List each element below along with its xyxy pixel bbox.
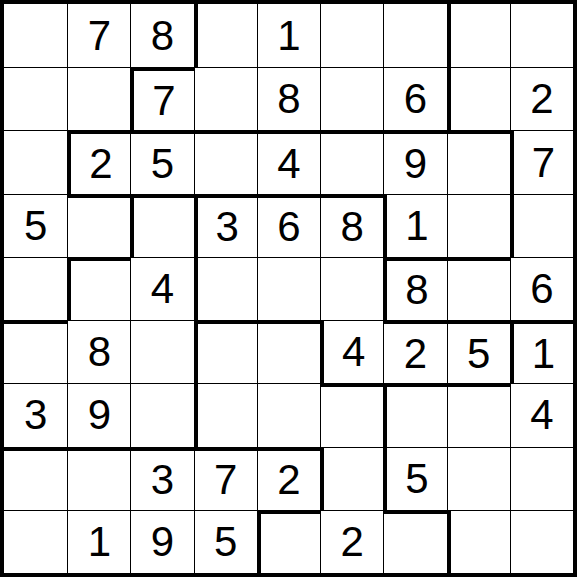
given-digit: 8 xyxy=(88,331,111,373)
cell-r8c5[interactable]: 2 xyxy=(257,447,320,510)
cell-r4c7[interactable]: 1 xyxy=(383,194,446,257)
cell-r4c5[interactable]: 6 xyxy=(257,194,320,257)
cell-r3c9[interactable]: 7 xyxy=(510,130,573,193)
cell-r7c5[interactable] xyxy=(257,383,320,446)
cell-r6c4[interactable] xyxy=(194,320,257,383)
cell-r2c6[interactable] xyxy=(320,67,383,130)
given-digit: 1 xyxy=(277,15,300,57)
cell-r7c3[interactable] xyxy=(130,383,193,446)
given-digit: 7 xyxy=(532,142,555,184)
cell-r8c2[interactable] xyxy=(67,447,130,510)
given-digit: 2 xyxy=(277,459,300,501)
cell-r1c4[interactable] xyxy=(194,4,257,67)
given-digit: 8 xyxy=(151,15,174,57)
given-digit: 2 xyxy=(341,521,364,563)
given-digit: 5 xyxy=(467,333,490,375)
cell-r2c5[interactable]: 8 xyxy=(257,67,320,130)
cell-r8c6[interactable] xyxy=(320,447,383,510)
cell-r2c8[interactable] xyxy=(447,67,510,130)
cell-r9c2[interactable]: 1 xyxy=(67,510,130,573)
cell-r3c5[interactable]: 4 xyxy=(257,130,320,193)
given-digit: 8 xyxy=(405,269,428,311)
given-digit: 1 xyxy=(88,521,111,563)
cell-r3c6[interactable] xyxy=(320,130,383,193)
cell-r2c1[interactable] xyxy=(4,67,67,130)
cell-r6c1[interactable] xyxy=(4,320,67,383)
cell-r7c4[interactable] xyxy=(194,383,257,446)
cell-r2c7[interactable]: 6 xyxy=(383,67,446,130)
cell-r1c9[interactable] xyxy=(510,4,573,67)
given-digit: 8 xyxy=(341,206,364,248)
cell-r8c8[interactable] xyxy=(447,447,510,510)
sudoku-board: 781786225497536814868425139437251952 xyxy=(0,0,577,577)
cell-r5c3[interactable]: 4 xyxy=(130,257,193,320)
cell-r3c3[interactable]: 5 xyxy=(130,130,193,193)
given-digit: 5 xyxy=(405,458,428,500)
cell-r5c6[interactable] xyxy=(320,257,383,320)
cell-r3c1[interactable] xyxy=(4,130,67,193)
given-digit: 3 xyxy=(216,206,239,248)
cell-r5c5[interactable] xyxy=(257,257,320,320)
cell-r7c8[interactable] xyxy=(447,383,510,446)
given-digit: 4 xyxy=(151,268,174,310)
given-digit: 4 xyxy=(530,394,553,436)
given-digit: 3 xyxy=(151,459,174,501)
cell-r1c2[interactable]: 7 xyxy=(67,4,130,67)
cell-r1c5[interactable]: 1 xyxy=(257,4,320,67)
cell-r3c7[interactable]: 9 xyxy=(383,130,446,193)
cell-r6c5[interactable] xyxy=(257,320,320,383)
cell-r9c6[interactable]: 2 xyxy=(320,510,383,573)
cell-r1c6[interactable] xyxy=(320,4,383,67)
cell-r4c4[interactable]: 3 xyxy=(194,194,257,257)
cell-r4c2[interactable] xyxy=(67,194,130,257)
given-digit: 5 xyxy=(24,205,47,247)
given-digit: 6 xyxy=(277,206,300,248)
cell-r8c9[interactable] xyxy=(510,447,573,510)
given-digit: 6 xyxy=(404,78,427,120)
given-digit: 9 xyxy=(88,394,111,436)
given-digit: 4 xyxy=(342,331,365,373)
cell-r6c2[interactable]: 8 xyxy=(67,320,130,383)
cell-r6c9[interactable]: 1 xyxy=(510,320,573,383)
given-digit: 6 xyxy=(530,268,553,310)
cell-r5c1[interactable] xyxy=(4,257,67,320)
cell-r4c1[interactable]: 5 xyxy=(4,194,67,257)
cell-r5c4[interactable] xyxy=(194,257,257,320)
given-digit: 2 xyxy=(89,143,112,185)
cell-r5c9[interactable]: 6 xyxy=(510,257,573,320)
cell-r8c1[interactable] xyxy=(4,447,67,510)
cell-r4c6[interactable]: 8 xyxy=(320,194,383,257)
cell-r7c2[interactable]: 9 xyxy=(67,383,130,446)
cell-r8c7[interactable]: 5 xyxy=(383,447,446,510)
cell-r8c4[interactable]: 7 xyxy=(194,447,257,510)
cell-r7c7[interactable] xyxy=(383,383,446,446)
cell-r4c8[interactable] xyxy=(447,194,510,257)
cell-r4c9[interactable] xyxy=(510,194,573,257)
cell-r2c3[interactable]: 7 xyxy=(130,67,193,130)
given-digit: 7 xyxy=(152,80,175,122)
cell-r2c2[interactable] xyxy=(67,67,130,130)
cell-r4c3[interactable] xyxy=(130,194,193,257)
cell-r2c9[interactable]: 2 xyxy=(510,67,573,130)
given-digit: 5 xyxy=(214,521,237,563)
cell-r8c3[interactable]: 3 xyxy=(130,447,193,510)
given-digit: 9 xyxy=(404,143,427,185)
cell-r9c3[interactable]: 9 xyxy=(130,510,193,573)
cell-r6c3[interactable] xyxy=(130,320,193,383)
cell-r1c1[interactable] xyxy=(4,4,67,67)
cell-r1c7[interactable] xyxy=(383,4,446,67)
cell-r5c2[interactable] xyxy=(67,257,130,320)
cell-r9c1[interactable] xyxy=(4,510,67,573)
given-digit: 2 xyxy=(404,333,427,375)
cell-r9c7[interactable] xyxy=(383,510,446,573)
cell-r9c8[interactable] xyxy=(447,510,510,573)
cell-r3c8[interactable] xyxy=(447,130,510,193)
cell-r9c4[interactable]: 5 xyxy=(194,510,257,573)
given-digit: 4 xyxy=(277,143,300,185)
given-digit: 2 xyxy=(530,78,553,120)
cell-r7c6[interactable] xyxy=(320,383,383,446)
given-digit: 5 xyxy=(151,143,174,185)
cell-r3c4[interactable] xyxy=(194,130,257,193)
cell-r2c4[interactable] xyxy=(194,67,257,130)
cell-r5c8[interactable] xyxy=(447,257,510,320)
given-digit: 8 xyxy=(277,78,300,120)
cell-r1c8[interactable] xyxy=(447,4,510,67)
given-digit: 9 xyxy=(151,521,174,563)
given-digit: 1 xyxy=(532,333,555,375)
cell-r3c2[interactable]: 2 xyxy=(67,130,130,193)
given-digit: 1 xyxy=(405,205,428,247)
cell-r6c7[interactable]: 2 xyxy=(383,320,446,383)
cell-r5c7[interactable]: 8 xyxy=(383,257,446,320)
cell-r9c5[interactable] xyxy=(257,510,320,573)
given-digit: 3 xyxy=(24,394,47,436)
cell-r9c9[interactable] xyxy=(510,510,573,573)
cell-r7c9[interactable]: 4 xyxy=(510,383,573,446)
given-digit: 7 xyxy=(214,459,237,501)
cell-r7c1[interactable]: 3 xyxy=(4,383,67,446)
cell-r6c6[interactable]: 4 xyxy=(320,320,383,383)
cell-r1c3[interactable]: 8 xyxy=(130,4,193,67)
cell-r6c8[interactable]: 5 xyxy=(447,320,510,383)
given-digit: 7 xyxy=(88,15,111,57)
